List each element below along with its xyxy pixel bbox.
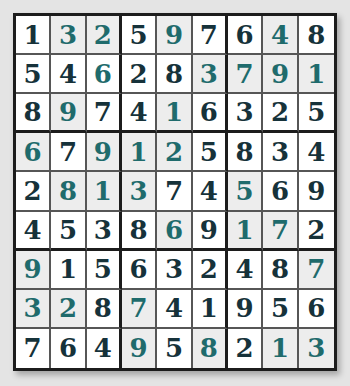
- cell-r1c9[interactable]: 8: [299, 16, 334, 55]
- cell-r5c7[interactable]: 5: [228, 172, 263, 211]
- cell-r8c5[interactable]: 4: [157, 290, 192, 329]
- cell-r6c3[interactable]: 3: [87, 212, 122, 251]
- cell-r6c5[interactable]: 6: [157, 212, 192, 251]
- cell-r4c5[interactable]: 2: [157, 133, 192, 172]
- cell-r4c3[interactable]: 9: [87, 133, 122, 172]
- cell-r5c5[interactable]: 7: [157, 172, 192, 211]
- cell-r5c2[interactable]: 8: [51, 172, 86, 211]
- cell-r9c7[interactable]: 2: [228, 329, 263, 368]
- cell-r5c6[interactable]: 4: [193, 172, 228, 211]
- cell-r7c3[interactable]: 5: [87, 251, 122, 290]
- cell-r7c9[interactable]: 7: [299, 251, 334, 290]
- cell-r8c6[interactable]: 1: [193, 290, 228, 329]
- cell-r5c8[interactable]: 6: [263, 172, 298, 211]
- cell-r7c5[interactable]: 3: [157, 251, 192, 290]
- cell-r7c2[interactable]: 1: [51, 251, 86, 290]
- cell-r6c4[interactable]: 8: [122, 212, 157, 251]
- cell-r3c2[interactable]: 9: [51, 94, 86, 133]
- cell-r5c4[interactable]: 3: [122, 172, 157, 211]
- cell-r8c2[interactable]: 2: [51, 290, 86, 329]
- cell-r9c6[interactable]: 8: [193, 329, 228, 368]
- cell-r2c8[interactable]: 9: [263, 55, 298, 94]
- cell-r1c6[interactable]: 7: [193, 16, 228, 55]
- cell-r3c7[interactable]: 3: [228, 94, 263, 133]
- cell-r2c6[interactable]: 3: [193, 55, 228, 94]
- cell-r7c1[interactable]: 9: [16, 251, 51, 290]
- cell-r9c1[interactable]: 7: [16, 329, 51, 368]
- cell-r9c9[interactable]: 3: [299, 329, 334, 368]
- cell-r6c9[interactable]: 2: [299, 212, 334, 251]
- cell-r8c8[interactable]: 5: [263, 290, 298, 329]
- cell-r6c1[interactable]: 4: [16, 212, 51, 251]
- cell-r2c9[interactable]: 1: [299, 55, 334, 94]
- cell-r6c2[interactable]: 5: [51, 212, 86, 251]
- cell-r3c5[interactable]: 1: [157, 94, 192, 133]
- cell-r7c7[interactable]: 4: [228, 251, 263, 290]
- cell-r4c8[interactable]: 3: [263, 133, 298, 172]
- cell-r5c9[interactable]: 9: [299, 172, 334, 211]
- cell-r2c2[interactable]: 4: [51, 55, 86, 94]
- cell-r2c3[interactable]: 6: [87, 55, 122, 94]
- cell-r4c9[interactable]: 4: [299, 133, 334, 172]
- cell-r8c1[interactable]: 3: [16, 290, 51, 329]
- cell-r3c3[interactable]: 7: [87, 94, 122, 133]
- cell-r7c6[interactable]: 2: [193, 251, 228, 290]
- cell-r7c4[interactable]: 6: [122, 251, 157, 290]
- cell-r8c9[interactable]: 6: [299, 290, 334, 329]
- cell-r4c1[interactable]: 6: [16, 133, 51, 172]
- cell-r9c5[interactable]: 5: [157, 329, 192, 368]
- cell-r9c3[interactable]: 4: [87, 329, 122, 368]
- cell-r5c3[interactable]: 1: [87, 172, 122, 211]
- cell-r6c7[interactable]: 1: [228, 212, 263, 251]
- cell-r3c1[interactable]: 8: [16, 94, 51, 133]
- cell-r1c1[interactable]: 1: [16, 16, 51, 55]
- cell-r1c3[interactable]: 2: [87, 16, 122, 55]
- cell-r4c6[interactable]: 5: [193, 133, 228, 172]
- cell-r3c4[interactable]: 4: [122, 94, 157, 133]
- cell-r2c1[interactable]: 5: [16, 55, 51, 94]
- cell-r3c9[interactable]: 5: [299, 94, 334, 133]
- cell-r3c8[interactable]: 2: [263, 94, 298, 133]
- cell-r1c8[interactable]: 4: [263, 16, 298, 55]
- cell-r1c2[interactable]: 3: [51, 16, 86, 55]
- cell-r4c2[interactable]: 7: [51, 133, 86, 172]
- cell-r7c8[interactable]: 8: [263, 251, 298, 290]
- cell-r9c8[interactable]: 1: [263, 329, 298, 368]
- cell-r5c1[interactable]: 2: [16, 172, 51, 211]
- sudoku-board: 1325976485462837918974163256791258342813…: [13, 13, 337, 371]
- cell-r1c5[interactable]: 9: [157, 16, 192, 55]
- cell-r8c4[interactable]: 7: [122, 290, 157, 329]
- cell-r2c7[interactable]: 7: [228, 55, 263, 94]
- cell-r8c3[interactable]: 8: [87, 290, 122, 329]
- cell-r2c4[interactable]: 2: [122, 55, 157, 94]
- cell-r4c4[interactable]: 1: [122, 133, 157, 172]
- cell-r1c4[interactable]: 5: [122, 16, 157, 55]
- cell-r9c4[interactable]: 9: [122, 329, 157, 368]
- cell-r9c2[interactable]: 6: [51, 329, 86, 368]
- cell-r2c5[interactable]: 8: [157, 55, 192, 94]
- cell-r1c7[interactable]: 6: [228, 16, 263, 55]
- cell-r8c7[interactable]: 9: [228, 290, 263, 329]
- cell-r4c7[interactable]: 8: [228, 133, 263, 172]
- cell-r6c8[interactable]: 7: [263, 212, 298, 251]
- cell-r6c6[interactable]: 9: [193, 212, 228, 251]
- cell-r3c6[interactable]: 6: [193, 94, 228, 133]
